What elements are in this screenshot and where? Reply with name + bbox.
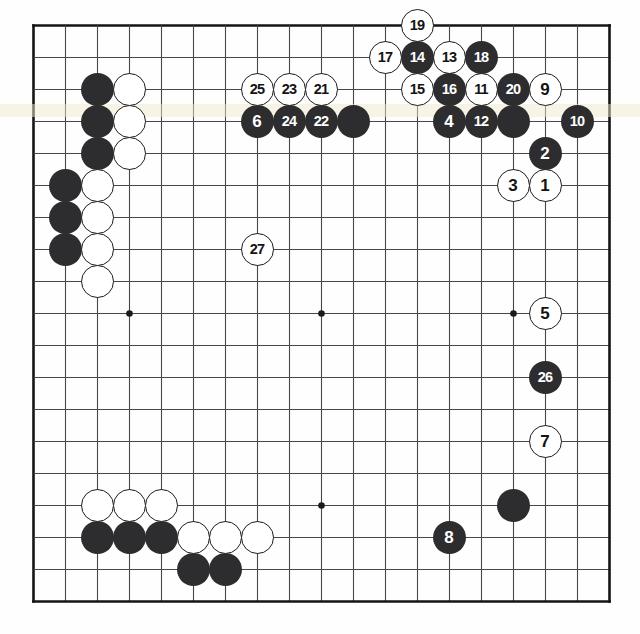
stone-black[interactable] bbox=[145, 521, 178, 554]
stone-black[interactable] bbox=[177, 553, 210, 586]
stone-black[interactable] bbox=[81, 105, 114, 138]
stone-black-move-2[interactable]: 2 bbox=[529, 137, 562, 170]
stone-white[interactable] bbox=[241, 521, 274, 554]
stone-white-move-19[interactable]: 19 bbox=[401, 9, 434, 42]
stone-black[interactable] bbox=[497, 105, 530, 138]
stone-black-move-18[interactable]: 18 bbox=[465, 41, 498, 74]
stone-black-move-6[interactable]: 6 bbox=[241, 105, 274, 138]
stone-black-move-8[interactable]: 8 bbox=[433, 521, 466, 554]
stone-black-move-4[interactable]: 4 bbox=[433, 105, 466, 138]
stone-white-move-17[interactable]: 17 bbox=[369, 41, 402, 74]
stone-black[interactable] bbox=[337, 105, 370, 138]
stone-black-move-10[interactable]: 10 bbox=[561, 105, 594, 138]
stone-white[interactable] bbox=[113, 137, 146, 170]
stone-white[interactable] bbox=[81, 233, 114, 266]
stones-layer: 1234567891011121314151617181920212223242… bbox=[17, 9, 625, 617]
stone-black[interactable] bbox=[81, 137, 114, 170]
stone-black-move-22[interactable]: 22 bbox=[305, 105, 338, 138]
stone-white[interactable] bbox=[113, 489, 146, 522]
stone-white[interactable] bbox=[145, 489, 178, 522]
stone-black-move-20[interactable]: 20 bbox=[497, 73, 530, 106]
stone-black[interactable] bbox=[113, 521, 146, 554]
stone-white[interactable] bbox=[113, 105, 146, 138]
stone-black[interactable] bbox=[81, 521, 114, 554]
stone-black-move-26[interactable]: 26 bbox=[529, 361, 562, 394]
stone-black[interactable] bbox=[81, 73, 114, 106]
stone-white-move-21[interactable]: 21 bbox=[305, 73, 338, 106]
stone-white-move-9[interactable]: 9 bbox=[529, 73, 562, 106]
stone-white[interactable] bbox=[113, 73, 146, 106]
stone-black[interactable] bbox=[49, 201, 82, 234]
stone-black[interactable] bbox=[49, 169, 82, 202]
stone-white-move-15[interactable]: 15 bbox=[401, 73, 434, 106]
stone-white-move-23[interactable]: 23 bbox=[273, 73, 306, 106]
stone-black-move-24[interactable]: 24 bbox=[273, 105, 306, 138]
go-board[interactable]: 1234567891011121314151617181920212223242… bbox=[17, 9, 625, 617]
stone-white-move-27[interactable]: 27 bbox=[241, 233, 274, 266]
stone-white[interactable] bbox=[81, 169, 114, 202]
stone-black-move-12[interactable]: 12 bbox=[465, 105, 498, 138]
stone-white-move-1[interactable]: 1 bbox=[529, 169, 562, 202]
stone-white[interactable] bbox=[177, 521, 210, 554]
stone-black[interactable] bbox=[49, 233, 82, 266]
stone-white-move-5[interactable]: 5 bbox=[529, 297, 562, 330]
stone-black[interactable] bbox=[497, 489, 530, 522]
stone-white-move-7[interactable]: 7 bbox=[529, 425, 562, 458]
stone-white[interactable] bbox=[81, 201, 114, 234]
stone-black[interactable] bbox=[209, 553, 242, 586]
stone-white[interactable] bbox=[81, 489, 114, 522]
stone-white-move-3[interactable]: 3 bbox=[497, 169, 530, 202]
stone-white-move-11[interactable]: 11 bbox=[465, 73, 498, 106]
stone-black-move-14[interactable]: 14 bbox=[401, 41, 434, 74]
stone-white-move-25[interactable]: 25 bbox=[241, 73, 274, 106]
stone-black-move-16[interactable]: 16 bbox=[433, 73, 466, 106]
page: 1234567891011121314151617181920212223242… bbox=[0, 0, 640, 634]
stone-white-move-13[interactable]: 13 bbox=[433, 41, 466, 74]
stone-white[interactable] bbox=[209, 521, 242, 554]
stone-white[interactable] bbox=[81, 265, 114, 298]
